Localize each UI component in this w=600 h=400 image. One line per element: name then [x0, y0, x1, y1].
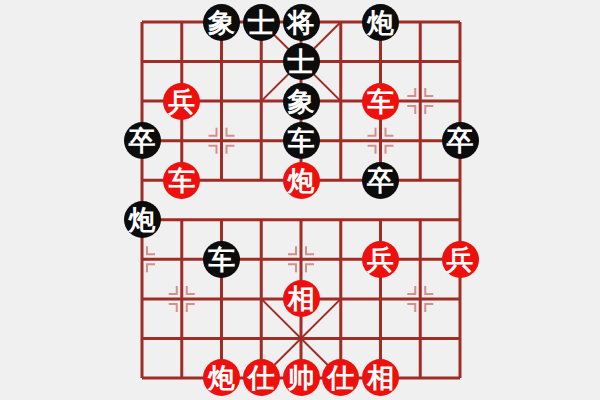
piece-red-soldier[interactable]: 兵 — [362, 241, 399, 278]
position-marker — [407, 304, 415, 312]
position-marker — [425, 286, 433, 294]
position-marker — [425, 88, 433, 96]
piece-black-chariot[interactable]: 车 — [283, 122, 320, 159]
position-marker — [187, 304, 195, 312]
position-marker — [147, 264, 155, 272]
position-marker — [187, 286, 195, 294]
position-marker — [209, 128, 217, 136]
position-marker — [227, 128, 235, 136]
piece-red-soldier[interactable]: 兵 — [163, 83, 200, 120]
xiangqi-board-screenshot: 象士将炮士兵象车卒车卒车炮卒炮车兵兵相炮仕帅仕相 — [0, 0, 600, 400]
position-marker — [386, 146, 394, 154]
piece-red-chariot[interactable]: 车 — [362, 83, 399, 120]
piece-black-elephant[interactable]: 象 — [283, 83, 320, 120]
piece-black-elephant[interactable]: 象 — [203, 4, 240, 41]
position-marker — [288, 246, 296, 254]
xiangqi-board: 象士将炮士兵象车卒车卒车炮卒炮车兵兵相炮仕帅仕相 — [122, 2, 480, 398]
piece-red-chariot[interactable]: 车 — [163, 162, 200, 199]
position-marker — [425, 304, 433, 312]
piece-red-cannon[interactable]: 炮 — [283, 162, 320, 199]
position-marker — [407, 88, 415, 96]
piece-red-cannon[interactable]: 炮 — [203, 359, 240, 396]
position-marker — [169, 304, 177, 312]
position-marker — [306, 246, 314, 254]
piece-red-elephant[interactable]: 相 — [362, 359, 399, 396]
position-marker — [407, 106, 415, 114]
position-marker — [386, 128, 394, 136]
piece-red-elephant[interactable]: 相 — [283, 280, 320, 317]
piece-black-general[interactable]: 将 — [283, 4, 320, 41]
position-marker — [425, 106, 433, 114]
position-marker — [368, 128, 376, 136]
piece-black-cannon[interactable]: 炮 — [124, 201, 161, 238]
piece-black-soldier[interactable]: 卒 — [442, 122, 479, 159]
position-marker — [209, 146, 217, 154]
screenshot-body: { "game": "xiangqi", "position": { "nota… — [0, 0, 600, 400]
piece-red-advisor[interactable]: 仕 — [322, 359, 359, 396]
position-marker — [368, 146, 376, 154]
position-marker — [288, 264, 296, 272]
position-marker — [169, 286, 177, 294]
piece-red-general[interactable]: 帅 — [283, 359, 320, 396]
position-marker — [407, 286, 415, 294]
piece-black-advisor[interactable]: 士 — [283, 43, 320, 80]
piece-black-cannon[interactable]: 炮 — [362, 4, 399, 41]
piece-black-chariot[interactable]: 车 — [203, 241, 240, 278]
piece-black-soldier[interactable]: 卒 — [124, 122, 161, 159]
position-marker — [227, 146, 235, 154]
piece-black-advisor[interactable]: 士 — [243, 4, 280, 41]
position-marker — [306, 264, 314, 272]
piece-red-soldier[interactable]: 兵 — [442, 241, 479, 278]
piece-black-soldier[interactable]: 卒 — [362, 162, 399, 199]
piece-red-advisor[interactable]: 仕 — [243, 359, 280, 396]
position-marker — [147, 246, 155, 254]
